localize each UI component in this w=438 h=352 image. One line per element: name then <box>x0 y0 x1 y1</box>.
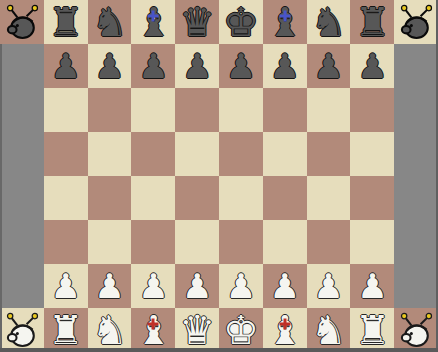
game-window: ♜♞♝♛♚♝♞♜♟♟♟♟♟♟♟♟♟♟♟♟♟♟♟♟♜♞♝♛♚♝♞♜ <box>0 0 438 352</box>
white-pawn[interactable]: ♟ <box>44 264 88 308</box>
white-rook[interactable]: ♜ <box>350 308 394 352</box>
square-f7[interactable]: ♟ <box>219 44 263 88</box>
window-edge-bottom <box>0 348 438 352</box>
black-pawn[interactable]: ♟ <box>131 44 175 88</box>
square-g8[interactable]: ♝ <box>263 0 307 44</box>
white-wizard[interactable] <box>394 308 438 352</box>
square-e1[interactable]: ♛ <box>175 308 219 352</box>
square-c6[interactable] <box>88 88 132 132</box>
square-b4[interactable] <box>44 176 88 220</box>
square-b8[interactable]: ♜ <box>44 0 88 44</box>
black-rook[interactable]: ♜ <box>350 0 394 44</box>
square-b3[interactable] <box>44 220 88 264</box>
square-i3[interactable] <box>350 220 394 264</box>
white-rook[interactable]: ♜ <box>44 308 88 352</box>
square-g5[interactable] <box>263 132 307 176</box>
square-b7[interactable]: ♟ <box>44 44 88 88</box>
white-pawn[interactable]: ♟ <box>263 264 307 308</box>
black-bishop[interactable]: ♝ <box>263 0 307 44</box>
black-wizard[interactable] <box>394 0 438 44</box>
square-d1[interactable]: ♝ <box>131 308 175 352</box>
black-pawn[interactable]: ♟ <box>263 44 307 88</box>
square-i1[interactable]: ♜ <box>350 308 394 352</box>
white-pawn[interactable]: ♟ <box>175 264 219 308</box>
white-pawn[interactable]: ♟ <box>131 264 175 308</box>
square-f4[interactable] <box>219 176 263 220</box>
black-pawn[interactable]: ♟ <box>219 44 263 88</box>
black-pawn[interactable]: ♟ <box>175 44 219 88</box>
square-h6[interactable] <box>307 88 351 132</box>
square-h5[interactable] <box>307 132 351 176</box>
black-king[interactable]: ♚ <box>219 0 263 44</box>
square-d2[interactable]: ♟ <box>131 264 175 308</box>
square-g6[interactable] <box>263 88 307 132</box>
square-c2[interactable]: ♟ <box>88 264 132 308</box>
window-edge-left <box>0 44 2 352</box>
white-bishop-cross-icon <box>283 318 286 329</box>
square-g1[interactable]: ♝ <box>263 308 307 352</box>
square-c5[interactable] <box>88 132 132 176</box>
square-e3[interactable] <box>175 220 219 264</box>
square-g4[interactable] <box>263 176 307 220</box>
square-a1[interactable] <box>0 308 44 352</box>
square-b5[interactable] <box>44 132 88 176</box>
square-f2[interactable]: ♟ <box>219 264 263 308</box>
black-bishop-cross-icon <box>283 10 286 21</box>
square-c8[interactable]: ♞ <box>88 0 132 44</box>
square-c7[interactable]: ♟ <box>88 44 132 88</box>
square-d8[interactable]: ♝ <box>131 0 175 44</box>
square-h3[interactable] <box>307 220 351 264</box>
square-h7[interactable]: ♟ <box>307 44 351 88</box>
square-c1[interactable]: ♞ <box>88 308 132 352</box>
square-d7[interactable]: ♟ <box>131 44 175 88</box>
black-bishop[interactable]: ♝ <box>131 0 175 44</box>
square-h8[interactable]: ♞ <box>307 0 351 44</box>
square-i2[interactable]: ♟ <box>350 264 394 308</box>
square-i4[interactable] <box>350 176 394 220</box>
square-e6[interactable] <box>175 88 219 132</box>
square-e4[interactable] <box>175 176 219 220</box>
square-j1[interactable] <box>394 308 438 352</box>
square-b6[interactable] <box>44 88 88 132</box>
white-pawn[interactable]: ♟ <box>350 264 394 308</box>
square-e5[interactable] <box>175 132 219 176</box>
black-pawn[interactable]: ♟ <box>44 44 88 88</box>
black-wizard[interactable] <box>0 0 44 44</box>
square-e7[interactable]: ♟ <box>175 44 219 88</box>
square-d4[interactable] <box>131 176 175 220</box>
square-d5[interactable] <box>131 132 175 176</box>
square-a8[interactable] <box>0 0 44 44</box>
black-knight[interactable]: ♞ <box>307 0 351 44</box>
white-bishop[interactable]: ♝ <box>263 308 307 352</box>
square-f8[interactable]: ♚ <box>219 0 263 44</box>
square-b1[interactable]: ♜ <box>44 308 88 352</box>
square-i6[interactable] <box>350 88 394 132</box>
white-pawn[interactable]: ♟ <box>88 264 132 308</box>
square-g2[interactable]: ♟ <box>263 264 307 308</box>
square-i5[interactable] <box>350 132 394 176</box>
square-i8[interactable]: ♜ <box>350 0 394 44</box>
square-e2[interactable]: ♟ <box>175 264 219 308</box>
square-c3[interactable] <box>88 220 132 264</box>
square-h1[interactable]: ♞ <box>307 308 351 352</box>
white-bishop[interactable]: ♝ <box>131 308 175 352</box>
square-h2[interactable]: ♟ <box>307 264 351 308</box>
white-king[interactable]: ♚ <box>219 308 263 352</box>
square-c4[interactable] <box>88 176 132 220</box>
white-pawn[interactable]: ♟ <box>307 264 351 308</box>
black-bishop-cross-icon <box>152 10 155 21</box>
square-i7[interactable]: ♟ <box>350 44 394 88</box>
square-f5[interactable] <box>219 132 263 176</box>
white-queen[interactable]: ♛ <box>175 308 219 352</box>
square-f3[interactable] <box>219 220 263 264</box>
black-queen[interactable]: ♛ <box>175 0 219 44</box>
square-d3[interactable] <box>131 220 175 264</box>
square-b2[interactable]: ♟ <box>44 264 88 308</box>
white-knight[interactable]: ♞ <box>88 308 132 352</box>
square-f1[interactable]: ♚ <box>219 308 263 352</box>
black-pawn[interactable]: ♟ <box>350 44 394 88</box>
white-pawn[interactable]: ♟ <box>219 264 263 308</box>
square-g3[interactable] <box>263 220 307 264</box>
black-pawn[interactable]: ♟ <box>88 44 132 88</box>
white-knight[interactable]: ♞ <box>307 308 351 352</box>
square-f6[interactable] <box>219 88 263 132</box>
white-wizard[interactable] <box>0 308 44 352</box>
square-h4[interactable] <box>307 176 351 220</box>
square-g7[interactable]: ♟ <box>263 44 307 88</box>
white-bishop-cross-icon <box>152 318 155 329</box>
black-rook[interactable]: ♜ <box>44 0 88 44</box>
square-e8[interactable]: ♛ <box>175 0 219 44</box>
black-knight[interactable]: ♞ <box>88 0 132 44</box>
square-d6[interactable] <box>131 88 175 132</box>
black-pawn[interactable]: ♟ <box>307 44 351 88</box>
square-j8[interactable] <box>394 0 438 44</box>
